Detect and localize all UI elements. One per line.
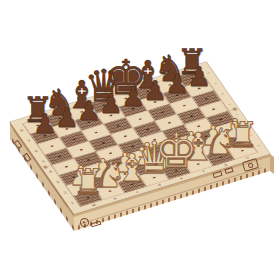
border-tick [97,97,100,98]
latch-key-icon [91,221,102,228]
rank-label: 4 [46,169,54,174]
file-label: e [177,176,185,181]
hinge-icon [232,107,237,111]
border-tick [250,135,253,136]
file-label: b [111,196,119,201]
border-tick [235,114,238,115]
file-label: a [89,203,97,208]
engraved-rivet-icon [224,167,233,174]
border-tick [214,83,217,84]
border-tick [228,104,231,105]
file-label: c [133,189,141,194]
chess-set-product-photo: ▵ 8a7b6c5d4e3f2g1h ♜♞♝♛♚♝♞♜♟♟♟♟♟♟♟♟♟♟♟♟♟… [0,0,280,280]
border-tick [221,93,224,94]
rank-label: 2 [61,190,69,195]
engraved-rivet-icon [212,171,222,178]
file-label: f [199,169,207,174]
border-tick [53,110,56,111]
file-label: d [155,183,163,188]
rank-label: 7 [25,138,33,143]
file-label: g [221,162,229,167]
rank-label: 1 [68,200,76,205]
chess-board: ▵ 8a7b6c5d4e3f2g1h [10,62,270,214]
border-tick [163,76,166,77]
border-tick [257,145,260,146]
rank-label: 5 [39,159,47,164]
border-tick [141,83,144,84]
engraved-rivet-icon [23,153,32,162]
rank-label: 3 [54,180,62,185]
border-tick [242,124,245,125]
border-tick [185,70,188,71]
rank-label: 6 [32,149,40,154]
border-tick [206,73,209,74]
border-tick [119,90,122,91]
border-tick [31,117,34,118]
rank-label: 8 [18,128,26,133]
border-tick [75,103,78,104]
engraved-rivet-icon [14,140,23,149]
file-label: h [243,156,251,161]
latch-circle-icon [79,217,90,228]
